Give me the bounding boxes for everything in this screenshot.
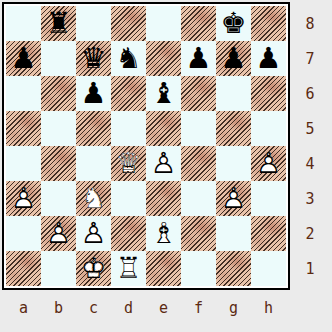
square-h2[interactable] [251, 216, 286, 251]
square-g1[interactable] [216, 251, 251, 286]
square-f6[interactable] [181, 76, 216, 111]
white-queen-icon: ♛ [111, 146, 146, 181]
square-b3[interactable] [41, 181, 76, 216]
square-a7[interactable]: ♟ [6, 41, 41, 76]
square-b6[interactable] [41, 76, 76, 111]
white-rook-icon: ♜ [111, 251, 146, 286]
chess-board: ♜♚♟♛♞♟♟♟♟♝♛♕♟♙♟♙♟♙♞♘♟♙♟♙♟♙♝♗♚♔♜♖ [6, 6, 286, 286]
white-pawn-icon: ♙ [6, 181, 41, 216]
file-label-f: f [181, 292, 216, 324]
rank-label-2: 2 [294, 216, 326, 251]
black-queen-icon: ♛ [76, 41, 111, 76]
square-c8[interactable] [76, 6, 111, 41]
rank-label-8: 8 [294, 6, 326, 41]
square-g8[interactable]: ♚ [216, 6, 251, 41]
white-queen-icon: ♕ [111, 146, 146, 181]
white-pawn-icon: ♙ [146, 146, 181, 181]
white-rook-icon: ♖ [111, 251, 146, 286]
rank-label-1: 1 [294, 251, 326, 286]
square-f5[interactable] [181, 111, 216, 146]
square-d5[interactable] [111, 111, 146, 146]
square-c3[interactable]: ♞♘ [76, 181, 111, 216]
square-a8[interactable] [6, 6, 41, 41]
square-f7[interactable]: ♟ [181, 41, 216, 76]
white-knight-icon: ♞ [76, 181, 111, 216]
square-e7[interactable] [146, 41, 181, 76]
rank-label-4: 4 [294, 146, 326, 181]
white-pawn-icon: ♟ [251, 146, 286, 181]
white-pawn-icon: ♟ [146, 146, 181, 181]
square-c2[interactable]: ♟♙ [76, 216, 111, 251]
white-pawn-icon: ♟ [216, 181, 251, 216]
chess-diagram-page: ♜♚♟♛♞♟♟♟♟♝♛♕♟♙♟♙♟♙♞♘♟♙♟♙♟♙♝♗♚♔♜♖ 8765432… [0, 0, 332, 332]
square-d4[interactable]: ♛♕ [111, 146, 146, 181]
square-e3[interactable] [146, 181, 181, 216]
square-a4[interactable] [6, 146, 41, 181]
file-label-d: d [111, 292, 146, 324]
square-h5[interactable] [251, 111, 286, 146]
black-bishop-icon: ♝ [146, 76, 181, 111]
white-pawn-icon: ♟ [6, 181, 41, 216]
square-e6[interactable]: ♝ [146, 76, 181, 111]
black-pawn-icon: ♟ [181, 41, 216, 76]
white-pawn-icon: ♙ [41, 216, 76, 251]
black-king-icon: ♚ [216, 6, 251, 41]
square-b7[interactable] [41, 41, 76, 76]
square-e2[interactable]: ♝♗ [146, 216, 181, 251]
file-label-c: c [76, 292, 111, 324]
white-pawn-icon: ♟ [76, 216, 111, 251]
square-c6[interactable]: ♟ [76, 76, 111, 111]
square-h8[interactable] [251, 6, 286, 41]
square-f1[interactable] [181, 251, 216, 286]
rank-label-5: 5 [294, 111, 326, 146]
white-knight-icon: ♘ [76, 181, 111, 216]
white-bishop-icon: ♝ [146, 216, 181, 251]
rank-label-7: 7 [294, 41, 326, 76]
white-king-icon: ♔ [76, 251, 111, 286]
file-label-h: h [251, 292, 286, 324]
square-f4[interactable] [181, 146, 216, 181]
square-a1[interactable] [6, 251, 41, 286]
square-c4[interactable] [76, 146, 111, 181]
square-b2[interactable]: ♟♙ [41, 216, 76, 251]
square-b5[interactable] [41, 111, 76, 146]
square-f2[interactable] [181, 216, 216, 251]
square-f8[interactable] [181, 6, 216, 41]
square-g3[interactable]: ♟♙ [216, 181, 251, 216]
square-d1[interactable]: ♜♖ [111, 251, 146, 286]
black-knight-icon: ♞ [111, 41, 146, 76]
file-labels: abcdefgh [6, 292, 286, 324]
square-c5[interactable] [76, 111, 111, 146]
white-king-icon: ♚ [76, 251, 111, 286]
square-g7[interactable]: ♟ [216, 41, 251, 76]
white-pawn-icon: ♙ [251, 146, 286, 181]
square-a3[interactable]: ♟♙ [6, 181, 41, 216]
rank-label-3: 3 [294, 181, 326, 216]
black-pawn-icon: ♟ [6, 41, 41, 76]
square-d6[interactable] [111, 76, 146, 111]
black-pawn-icon: ♟ [76, 76, 111, 111]
black-pawn-icon: ♟ [251, 41, 286, 76]
square-h6[interactable] [251, 76, 286, 111]
square-f3[interactable] [181, 181, 216, 216]
file-label-e: e [146, 292, 181, 324]
white-pawn-icon: ♙ [216, 181, 251, 216]
white-pawn-icon: ♙ [76, 216, 111, 251]
file-label-b: b [41, 292, 76, 324]
rank-labels: 87654321 [294, 6, 326, 286]
square-g6[interactable] [216, 76, 251, 111]
square-g5[interactable] [216, 111, 251, 146]
black-pawn-icon: ♟ [216, 41, 251, 76]
square-h1[interactable] [251, 251, 286, 286]
white-bishop-icon: ♗ [146, 216, 181, 251]
rank-label-6: 6 [294, 76, 326, 111]
square-a5[interactable] [6, 111, 41, 146]
square-a6[interactable] [6, 76, 41, 111]
white-pawn-icon: ♟ [41, 216, 76, 251]
square-d8[interactable] [111, 6, 146, 41]
square-e1[interactable] [146, 251, 181, 286]
square-d2[interactable] [111, 216, 146, 251]
square-c1[interactable]: ♚♔ [76, 251, 111, 286]
square-e4[interactable]: ♟♙ [146, 146, 181, 181]
file-label-a: a [6, 292, 41, 324]
chess-board-frame: ♜♚♟♛♞♟♟♟♟♝♛♕♟♙♟♙♟♙♞♘♟♙♟♙♟♙♝♗♚♔♜♖ [2, 2, 290, 290]
square-b1[interactable] [41, 251, 76, 286]
file-label-g: g [216, 292, 251, 324]
square-g2[interactable] [216, 216, 251, 251]
square-a2[interactable] [6, 216, 41, 251]
square-h3[interactable] [251, 181, 286, 216]
black-rook-icon: ♜ [41, 6, 76, 41]
square-b4[interactable] [41, 146, 76, 181]
square-h4[interactable]: ♟♙ [251, 146, 286, 181]
square-e5[interactable] [146, 111, 181, 146]
square-d3[interactable] [111, 181, 146, 216]
square-h7[interactable]: ♟ [251, 41, 286, 76]
square-e8[interactable] [146, 6, 181, 41]
square-b8[interactable]: ♜ [41, 6, 76, 41]
square-c7[interactable]: ♛ [76, 41, 111, 76]
square-g4[interactable] [216, 146, 251, 181]
square-d7[interactable]: ♞ [111, 41, 146, 76]
